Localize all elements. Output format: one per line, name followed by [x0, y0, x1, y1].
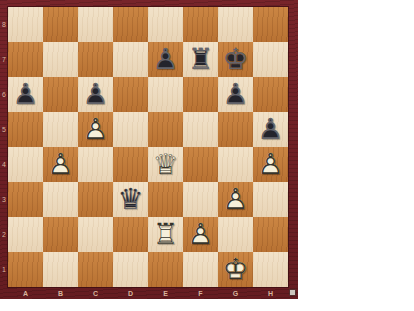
square-d7[interactable]: [113, 42, 148, 77]
square-d6[interactable]: [113, 77, 148, 112]
black-pawn-outline: ♙: [148, 42, 183, 77]
square-b4[interactable]: ♟♙: [43, 147, 78, 182]
piece-black-rook[interactable]: ♜♖: [183, 42, 218, 77]
square-h4[interactable]: ♟♙: [253, 147, 288, 182]
piece-white-queen[interactable]: ♛♕: [148, 147, 183, 182]
rank-label-2: 2: [0, 217, 8, 252]
square-h3[interactable]: [253, 182, 288, 217]
square-a2[interactable]: [8, 217, 43, 252]
rank-label-5: 5: [0, 112, 8, 147]
black-pawn-outline: ♙: [78, 77, 113, 112]
square-g8[interactable]: [218, 7, 253, 42]
square-f5[interactable]: [183, 112, 218, 147]
square-g3[interactable]: ♟♙: [218, 182, 253, 217]
square-a7[interactable]: [8, 42, 43, 77]
piece-black-pawn[interactable]: ♟♙: [253, 112, 288, 147]
square-g2[interactable]: [218, 217, 253, 252]
square-b8[interactable]: [43, 7, 78, 42]
file-label-g: G: [218, 287, 253, 299]
rank-labels: 87654321: [0, 7, 8, 287]
screenshot-canvas: 87654321 ♟♙♜♖♚♔♟♙♟♙♟♙♟♙♟♙♟♙♛♕♟♙♛♕♟♙♜♖♟♙♚…: [0, 0, 414, 311]
piece-white-pawn[interactable]: ♟♙: [183, 217, 218, 252]
file-label-a: A: [8, 287, 43, 299]
square-g4[interactable]: [218, 147, 253, 182]
black-pawn-outline: ♙: [8, 77, 43, 112]
rank-label-4: 4: [0, 147, 8, 182]
file-label-f: F: [183, 287, 218, 299]
square-g6[interactable]: ♟♙: [218, 77, 253, 112]
white-rook-outline: ♖: [148, 217, 183, 252]
square-c4[interactable]: [78, 147, 113, 182]
square-e7[interactable]: ♟♙: [148, 42, 183, 77]
square-b5[interactable]: [43, 112, 78, 147]
piece-black-pawn[interactable]: ♟♙: [148, 42, 183, 77]
white-pawn-outline: ♙: [253, 147, 288, 182]
square-e8[interactable]: [148, 7, 183, 42]
piece-white-pawn[interactable]: ♟♙: [43, 147, 78, 182]
square-a3[interactable]: [8, 182, 43, 217]
square-g5[interactable]: [218, 112, 253, 147]
piece-white-pawn[interactable]: ♟♙: [253, 147, 288, 182]
square-h8[interactable]: [253, 7, 288, 42]
square-f8[interactable]: [183, 7, 218, 42]
file-label-b: B: [43, 287, 78, 299]
rank-label-6: 6: [0, 77, 8, 112]
square-b7[interactable]: [43, 42, 78, 77]
white-pawn-outline: ♙: [43, 147, 78, 182]
board-squares[interactable]: ♟♙♜♖♚♔♟♙♟♙♟♙♟♙♟♙♟♙♛♕♟♙♛♕♟♙♜♖♟♙♚♔: [8, 7, 288, 287]
white-queen-outline: ♕: [148, 147, 183, 182]
rank-label-3: 3: [0, 182, 8, 217]
square-c6[interactable]: ♟♙: [78, 77, 113, 112]
square-c3[interactable]: [78, 182, 113, 217]
square-a8[interactable]: [8, 7, 43, 42]
square-f2[interactable]: ♟♙: [183, 217, 218, 252]
square-e3[interactable]: [148, 182, 183, 217]
square-g1[interactable]: ♚♔: [218, 252, 253, 287]
square-d5[interactable]: [113, 112, 148, 147]
file-label-e: E: [148, 287, 183, 299]
black-rook-outline: ♖: [183, 42, 218, 77]
square-b6[interactable]: [43, 77, 78, 112]
square-f3[interactable]: [183, 182, 218, 217]
square-a6[interactable]: ♟♙: [8, 77, 43, 112]
board-corner-marker: [290, 290, 295, 295]
square-e6[interactable]: [148, 77, 183, 112]
square-g7[interactable]: ♚♔: [218, 42, 253, 77]
square-f7[interactable]: ♜♖: [183, 42, 218, 77]
square-b1[interactable]: [43, 252, 78, 287]
file-label-d: D: [113, 287, 148, 299]
piece-black-king[interactable]: ♚♔: [218, 42, 253, 77]
piece-white-pawn[interactable]: ♟♙: [218, 182, 253, 217]
square-d2[interactable]: [113, 217, 148, 252]
piece-black-pawn[interactable]: ♟♙: [218, 77, 253, 112]
piece-black-pawn[interactable]: ♟♙: [78, 77, 113, 112]
file-label-h: H: [253, 287, 288, 299]
square-d1[interactable]: [113, 252, 148, 287]
square-c2[interactable]: [78, 217, 113, 252]
piece-white-rook[interactable]: ♜♖: [148, 217, 183, 252]
white-pawn-outline: ♙: [78, 112, 113, 147]
square-b2[interactable]: [43, 217, 78, 252]
piece-white-king[interactable]: ♚♔: [218, 252, 253, 287]
square-c5[interactable]: ♟♙: [78, 112, 113, 147]
square-a5[interactable]: [8, 112, 43, 147]
square-d3[interactable]: ♛♕: [113, 182, 148, 217]
square-e1[interactable]: [148, 252, 183, 287]
square-h2[interactable]: [253, 217, 288, 252]
square-e2[interactable]: ♜♖: [148, 217, 183, 252]
piece-white-pawn[interactable]: ♟♙: [78, 112, 113, 147]
square-b3[interactable]: [43, 182, 78, 217]
black-pawn-outline: ♙: [218, 77, 253, 112]
square-h1[interactable]: [253, 252, 288, 287]
square-h5[interactable]: ♟♙: [253, 112, 288, 147]
piece-black-pawn[interactable]: ♟♙: [8, 77, 43, 112]
chess-board: 87654321 ♟♙♜♖♚♔♟♙♟♙♟♙♟♙♟♙♟♙♛♕♟♙♛♕♟♙♜♖♟♙♚…: [0, 0, 298, 299]
rank-label-7: 7: [0, 42, 8, 77]
square-c1[interactable]: [78, 252, 113, 287]
rank-label-1: 1: [0, 252, 8, 287]
square-e5[interactable]: [148, 112, 183, 147]
file-labels: ABCDEFGH: [8, 287, 288, 299]
piece-black-queen[interactable]: ♛♕: [113, 182, 148, 217]
square-h6[interactable]: [253, 77, 288, 112]
black-pawn-outline: ♙: [253, 112, 288, 147]
square-a1[interactable]: [8, 252, 43, 287]
white-pawn-outline: ♙: [218, 182, 253, 217]
square-f1[interactable]: [183, 252, 218, 287]
black-queen-outline: ♕: [113, 182, 148, 217]
square-f4[interactable]: [183, 147, 218, 182]
file-label-c: C: [78, 287, 113, 299]
white-pawn-outline: ♙: [183, 217, 218, 252]
black-king-outline: ♔: [218, 42, 253, 77]
square-h7[interactable]: [253, 42, 288, 77]
square-d8[interactable]: [113, 7, 148, 42]
square-e4[interactable]: ♛♕: [148, 147, 183, 182]
square-c7[interactable]: [78, 42, 113, 77]
square-c8[interactable]: [78, 7, 113, 42]
rank-label-8: 8: [0, 7, 8, 42]
square-d4[interactable]: [113, 147, 148, 182]
square-f6[interactable]: [183, 77, 218, 112]
white-king-outline: ♔: [218, 252, 253, 287]
square-a4[interactable]: [8, 147, 43, 182]
